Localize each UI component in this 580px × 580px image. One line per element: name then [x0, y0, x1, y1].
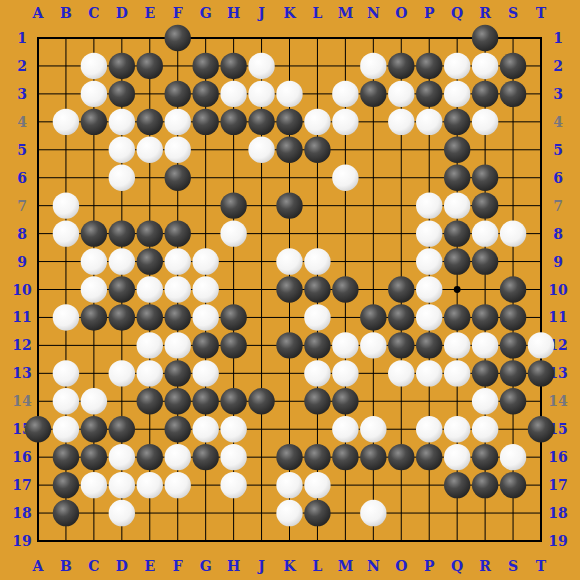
stone-black-C8[interactable]	[81, 220, 107, 246]
stone-black-P12[interactable]	[416, 332, 442, 358]
stone-white-R8[interactable]	[472, 220, 498, 246]
stone-black-Q4[interactable]	[444, 109, 470, 135]
stone-white-N18[interactable]	[360, 500, 386, 526]
col-label-top-D: D	[116, 5, 128, 21]
stone-black-F13[interactable]	[165, 360, 191, 386]
stone-white-F16[interactable]	[165, 444, 191, 470]
stone-white-D5[interactable]	[109, 137, 135, 163]
row-label-left-9: 9	[17, 254, 27, 270]
col-label-bottom-T: T	[536, 558, 547, 574]
stone-white-K18[interactable]	[276, 500, 302, 526]
stone-black-Q9[interactable]	[444, 248, 470, 274]
row-label-left-12: 12	[12, 337, 31, 353]
col-label-top-K: K	[283, 5, 296, 21]
stone-white-M12[interactable]	[332, 332, 358, 358]
stone-white-Q3[interactable]	[444, 81, 470, 107]
col-label-bottom-E: E	[144, 558, 155, 574]
stone-white-P7[interactable]	[416, 192, 442, 218]
row-label-right-19: 19	[548, 533, 567, 549]
stone-white-M4[interactable]	[332, 109, 358, 135]
stone-white-M6[interactable]	[332, 165, 358, 191]
stone-white-B7[interactable]	[53, 192, 79, 218]
row-label-right-3: 3	[553, 86, 563, 102]
col-label-bottom-G: G	[200, 558, 212, 574]
stone-black-J4[interactable]	[248, 109, 274, 135]
col-label-top-S: S	[508, 5, 518, 21]
stone-black-G2[interactable]	[192, 53, 218, 79]
stone-black-P16[interactable]	[416, 444, 442, 470]
stone-black-D3[interactable]	[109, 81, 135, 107]
stone-black-C15[interactable]	[81, 416, 107, 442]
row-label-right-1: 1	[553, 30, 563, 46]
row-label-left-16: 16	[12, 449, 31, 465]
stone-white-B4[interactable]	[53, 109, 79, 135]
stone-black-E2[interactable]	[137, 53, 163, 79]
stone-white-L13[interactable]	[304, 360, 330, 386]
stone-white-K9[interactable]	[276, 248, 302, 274]
stone-black-D8[interactable]	[109, 220, 135, 246]
stone-white-E12[interactable]	[137, 332, 163, 358]
stone-white-Q7[interactable]	[444, 192, 470, 218]
stone-black-Q17[interactable]	[444, 472, 470, 498]
col-label-bottom-R: R	[479, 558, 491, 574]
stone-black-D2[interactable]	[109, 53, 135, 79]
stone-black-H7[interactable]	[220, 192, 246, 218]
stone-black-Q5[interactable]	[444, 137, 470, 163]
stone-black-Q8[interactable]	[444, 220, 470, 246]
stone-black-N16[interactable]	[360, 444, 386, 470]
stone-black-E11[interactable]	[137, 304, 163, 330]
row-label-right-5: 5	[553, 142, 563, 158]
stone-black-R1[interactable]	[472, 25, 498, 51]
col-label-top-C: C	[88, 5, 99, 21]
stone-black-F8[interactable]	[165, 220, 191, 246]
stone-black-F14[interactable]	[165, 388, 191, 414]
col-label-bottom-N: N	[367, 558, 380, 574]
col-label-bottom-B: B	[60, 558, 72, 574]
col-label-top-N: N	[367, 5, 380, 21]
col-label-bottom-O: O	[395, 558, 407, 574]
stone-white-C10[interactable]	[81, 276, 107, 302]
star-point-Q10	[454, 286, 461, 293]
col-label-top-J: J	[256, 5, 265, 21]
stone-white-D6[interactable]	[109, 165, 135, 191]
stone-black-Q11[interactable]	[444, 304, 470, 330]
stone-white-D16[interactable]	[109, 444, 135, 470]
row-label-left-7: 7	[17, 198, 27, 214]
row-label-right-2: 2	[553, 58, 563, 74]
stone-black-S14[interactable]	[500, 388, 526, 414]
stone-black-S17[interactable]	[500, 472, 526, 498]
stone-white-C14[interactable]	[81, 388, 107, 414]
stone-black-N11[interactable]	[360, 304, 386, 330]
stone-black-H14[interactable]	[220, 388, 246, 414]
stone-black-E9[interactable]	[137, 248, 163, 274]
col-label-top-R: R	[479, 5, 491, 21]
stone-white-B14[interactable]	[53, 388, 79, 414]
stone-black-L5[interactable]	[304, 137, 330, 163]
stone-black-F6[interactable]	[165, 165, 191, 191]
stone-black-K7[interactable]	[276, 192, 302, 218]
stone-white-Q2[interactable]	[444, 53, 470, 79]
stone-white-G15[interactable]	[192, 416, 218, 442]
stone-black-R17[interactable]	[472, 472, 498, 498]
stone-black-F1[interactable]	[165, 25, 191, 51]
row-label-right-10: 10	[548, 282, 568, 298]
stone-white-M13[interactable]	[332, 360, 358, 386]
stone-white-O3[interactable]	[388, 81, 414, 107]
stone-black-R11[interactable]	[472, 304, 498, 330]
stone-black-K5[interactable]	[276, 137, 302, 163]
col-label-top-A: A	[32, 5, 45, 21]
stone-black-S13[interactable]	[500, 360, 526, 386]
stone-black-F15[interactable]	[165, 416, 191, 442]
stone-white-L17[interactable]	[304, 472, 330, 498]
stone-black-L10[interactable]	[304, 276, 330, 302]
row-label-left-4: 4	[17, 114, 27, 130]
stone-white-N15[interactable]	[360, 416, 386, 442]
stone-black-R7[interactable]	[472, 192, 498, 218]
stone-white-S8[interactable]	[500, 220, 526, 246]
stone-white-P4[interactable]	[416, 109, 442, 135]
row-label-right-8: 8	[553, 226, 563, 242]
stone-black-L18[interactable]	[304, 500, 330, 526]
stone-white-P9[interactable]	[416, 248, 442, 274]
stone-white-D9[interactable]	[109, 248, 135, 274]
stone-black-Q6[interactable]	[444, 165, 470, 191]
stone-black-M10[interactable]	[332, 276, 358, 302]
col-label-bottom-C: C	[88, 558, 99, 574]
stone-white-N2[interactable]	[360, 53, 386, 79]
stone-white-L11[interactable]	[304, 304, 330, 330]
stone-black-R16[interactable]	[472, 444, 498, 470]
stone-black-O12[interactable]	[388, 332, 414, 358]
stone-white-D13[interactable]	[109, 360, 135, 386]
go-board-app: AABBCCDDEEFFGGHHJJKKLLMMNNOOPPQQRRSSTT11…	[0, 0, 580, 580]
col-label-bottom-A: A	[32, 558, 45, 574]
stone-black-T15[interactable]	[528, 416, 554, 442]
stone-black-C4[interactable]	[81, 109, 107, 135]
stone-black-B17[interactable]	[53, 472, 79, 498]
stone-black-B18[interactable]	[53, 500, 79, 526]
row-label-right-17: 17	[548, 477, 567, 493]
stone-white-B11[interactable]	[53, 304, 79, 330]
stone-black-L12[interactable]	[304, 332, 330, 358]
stone-black-E14[interactable]	[137, 388, 163, 414]
stone-black-C16[interactable]	[81, 444, 107, 470]
stone-black-E16[interactable]	[137, 444, 163, 470]
col-label-top-B: B	[60, 5, 72, 21]
stone-white-N12[interactable]	[360, 332, 386, 358]
stone-white-F17[interactable]	[165, 472, 191, 498]
stone-white-D17[interactable]	[109, 472, 135, 498]
stone-white-M15[interactable]	[332, 416, 358, 442]
stone-white-R2[interactable]	[472, 53, 498, 79]
stone-white-F4[interactable]	[165, 109, 191, 135]
stone-black-R9[interactable]	[472, 248, 498, 274]
stone-black-E8[interactable]	[137, 220, 163, 246]
stone-white-C3[interactable]	[81, 81, 107, 107]
row-label-left-18: 18	[12, 505, 31, 521]
stone-black-G14[interactable]	[192, 388, 218, 414]
row-label-right-7: 7	[553, 198, 563, 214]
row-label-left-14: 14	[12, 393, 32, 409]
stone-white-P11[interactable]	[416, 304, 442, 330]
stone-white-L4[interactable]	[304, 109, 330, 135]
stone-black-N3[interactable]	[360, 81, 386, 107]
col-label-top-E: E	[144, 5, 155, 21]
stone-black-M14[interactable]	[332, 388, 358, 414]
col-label-top-G: G	[200, 5, 212, 21]
stone-white-F5[interactable]	[165, 137, 191, 163]
stone-white-Q16[interactable]	[444, 444, 470, 470]
stone-black-F3[interactable]	[165, 81, 191, 107]
col-label-top-P: P	[424, 5, 435, 21]
row-label-left-2: 2	[17, 58, 27, 74]
row-label-left-10: 10	[12, 282, 32, 298]
stone-white-R4[interactable]	[472, 109, 498, 135]
stone-black-S10[interactable]	[500, 276, 526, 302]
stone-white-F10[interactable]	[165, 276, 191, 302]
stone-black-S3[interactable]	[500, 81, 526, 107]
stone-black-R3[interactable]	[472, 81, 498, 107]
stone-black-L16[interactable]	[304, 444, 330, 470]
stone-white-G11[interactable]	[192, 304, 218, 330]
stone-white-H16[interactable]	[220, 444, 246, 470]
stone-black-O2[interactable]	[388, 53, 414, 79]
col-label-top-H: H	[227, 5, 240, 21]
stone-black-K12[interactable]	[276, 332, 302, 358]
stone-white-H17[interactable]	[220, 472, 246, 498]
stone-white-B13[interactable]	[53, 360, 79, 386]
stone-white-J5[interactable]	[248, 137, 274, 163]
row-label-left-5: 5	[17, 142, 27, 158]
stone-white-T12[interactable]	[528, 332, 554, 358]
row-label-right-14: 14	[548, 393, 568, 409]
stone-white-P15[interactable]	[416, 416, 442, 442]
stone-white-R15[interactable]	[472, 416, 498, 442]
row-label-right-4: 4	[553, 114, 563, 130]
stone-white-S16[interactable]	[500, 444, 526, 470]
stone-black-D15[interactable]	[109, 416, 135, 442]
stone-white-C9[interactable]	[81, 248, 107, 274]
stone-white-C2[interactable]	[81, 53, 107, 79]
stone-black-G4[interactable]	[192, 109, 218, 135]
stone-white-E17[interactable]	[137, 472, 163, 498]
stone-white-O4[interactable]	[388, 109, 414, 135]
col-label-bottom-K: K	[283, 558, 296, 574]
stone-white-G9[interactable]	[192, 248, 218, 274]
stone-black-D11[interactable]	[109, 304, 135, 330]
stone-black-L14[interactable]	[304, 388, 330, 414]
stone-black-H2[interactable]	[220, 53, 246, 79]
stone-black-O11[interactable]	[388, 304, 414, 330]
stone-black-P2[interactable]	[416, 53, 442, 79]
col-label-bottom-J: J	[256, 558, 265, 574]
stone-black-K4[interactable]	[276, 109, 302, 135]
stone-white-D4[interactable]	[109, 109, 135, 135]
col-label-top-O: O	[395, 5, 407, 21]
stone-black-D10[interactable]	[109, 276, 135, 302]
stone-black-J14[interactable]	[248, 388, 274, 414]
stone-white-F9[interactable]	[165, 248, 191, 274]
row-label-left-8: 8	[17, 226, 27, 242]
stone-black-S11[interactable]	[500, 304, 526, 330]
stone-black-P3[interactable]	[416, 81, 442, 107]
stone-white-H3[interactable]	[220, 81, 246, 107]
stone-black-S12[interactable]	[500, 332, 526, 358]
row-label-right-18: 18	[548, 505, 567, 521]
stone-white-R14[interactable]	[472, 388, 498, 414]
stone-black-G3[interactable]	[192, 81, 218, 107]
stone-black-O16[interactable]	[388, 444, 414, 470]
stone-black-R6[interactable]	[472, 165, 498, 191]
stone-black-H12[interactable]	[220, 332, 246, 358]
stone-black-B16[interactable]	[53, 444, 79, 470]
stone-white-E13[interactable]	[137, 360, 163, 386]
stone-black-C11[interactable]	[81, 304, 107, 330]
col-label-bottom-S: S	[508, 558, 518, 574]
col-label-bottom-F: F	[173, 558, 183, 574]
col-label-bottom-Q: Q	[451, 558, 463, 574]
stone-white-Q13[interactable]	[444, 360, 470, 386]
row-label-left-3: 3	[17, 86, 27, 102]
stone-white-H8[interactable]	[220, 220, 246, 246]
stone-black-R13[interactable]	[472, 360, 498, 386]
stone-black-F11[interactable]	[165, 304, 191, 330]
row-label-right-16: 16	[548, 449, 567, 465]
col-label-bottom-H: H	[227, 558, 240, 574]
stone-black-A15[interactable]	[25, 416, 51, 442]
stone-black-T13[interactable]	[528, 360, 554, 386]
row-label-right-11: 11	[548, 309, 567, 325]
stone-white-L9[interactable]	[304, 248, 330, 274]
col-label-top-T: T	[536, 5, 547, 21]
stone-black-E4[interactable]	[137, 109, 163, 135]
stone-white-E10[interactable]	[137, 276, 163, 302]
goban[interactable]: AABBCCDDEEFFGGHHJJKKLLMMNNOOPPQQRRSSTT11…	[0, 0, 580, 580]
stone-white-Q15[interactable]	[444, 416, 470, 442]
stone-white-B15[interactable]	[53, 416, 79, 442]
stone-white-Q12[interactable]	[444, 332, 470, 358]
stone-white-P8[interactable]	[416, 220, 442, 246]
stone-white-M3[interactable]	[332, 81, 358, 107]
col-label-bottom-P: P	[424, 558, 435, 574]
row-label-left-11: 11	[12, 309, 31, 325]
row-label-left-6: 6	[17, 170, 27, 186]
col-label-top-F: F	[173, 5, 183, 21]
stone-white-E5[interactable]	[137, 137, 163, 163]
col-label-top-Q: Q	[451, 5, 463, 21]
stone-white-J3[interactable]	[248, 81, 274, 107]
col-label-top-L: L	[313, 5, 323, 21]
stone-white-G13[interactable]	[192, 360, 218, 386]
stone-white-R12[interactable]	[472, 332, 498, 358]
col-label-bottom-L: L	[313, 558, 323, 574]
stone-white-G10[interactable]	[192, 276, 218, 302]
col-label-top-M: M	[338, 5, 354, 21]
stone-white-K17[interactable]	[276, 472, 302, 498]
stone-black-S2[interactable]	[500, 53, 526, 79]
stone-black-H4[interactable]	[220, 109, 246, 135]
stone-white-C17[interactable]	[81, 472, 107, 498]
stone-white-P10[interactable]	[416, 276, 442, 302]
stone-black-G16[interactable]	[192, 444, 218, 470]
stone-white-O13[interactable]	[388, 360, 414, 386]
stone-black-K10[interactable]	[276, 276, 302, 302]
col-label-bottom-D: D	[116, 558, 128, 574]
row-label-right-6: 6	[553, 170, 563, 186]
col-label-bottom-M: M	[338, 558, 354, 574]
stone-black-O10[interactable]	[388, 276, 414, 302]
stone-white-K3[interactable]	[276, 81, 302, 107]
stone-white-H15[interactable]	[220, 416, 246, 442]
row-label-left-17: 17	[12, 477, 31, 493]
stone-white-B8[interactable]	[53, 220, 79, 246]
stone-black-M16[interactable]	[332, 444, 358, 470]
row-label-right-9: 9	[553, 254, 563, 270]
stone-white-P13[interactable]	[416, 360, 442, 386]
stone-black-K16[interactable]	[276, 444, 302, 470]
stone-white-J2[interactable]	[248, 53, 274, 79]
row-label-left-13: 13	[12, 365, 31, 381]
row-label-left-1: 1	[17, 30, 27, 46]
stone-black-G12[interactable]	[192, 332, 218, 358]
row-label-left-19: 19	[12, 533, 31, 549]
stone-white-F12[interactable]	[165, 332, 191, 358]
stone-white-D18[interactable]	[109, 500, 135, 526]
stone-black-H11[interactable]	[220, 304, 246, 330]
